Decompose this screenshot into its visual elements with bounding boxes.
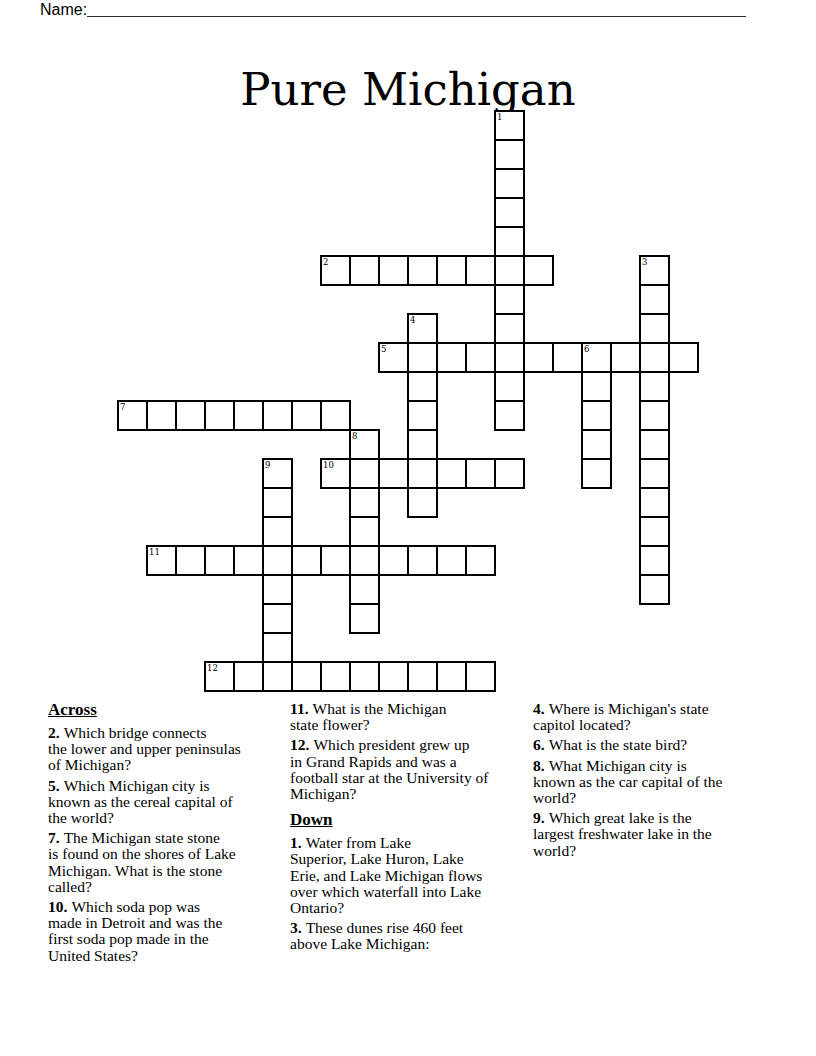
grid-cell[interactable] — [407, 400, 438, 431]
grid-cell[interactable] — [494, 371, 525, 402]
cell-number: 6 — [584, 344, 589, 354]
grid-cell[interactable] — [436, 342, 467, 373]
clue-number: 10. — [48, 898, 67, 915]
cell-number: 7 — [120, 402, 125, 412]
clue-text: Which bridge connects the lower and uppe… — [48, 724, 241, 773]
grid-cell[interactable] — [204, 545, 235, 576]
grid-cell[interactable] — [146, 400, 177, 431]
grid-cell[interactable] — [639, 545, 670, 576]
clue-text: Water from Lake Superior, Lake Huron, La… — [290, 834, 482, 916]
grid-cell[interactable] — [204, 400, 235, 431]
grid-cell[interactable] — [349, 603, 380, 634]
name-row: Name: — [40, 1, 746, 18]
cell-number: 9 — [265, 460, 270, 470]
grid-cell[interactable] — [291, 661, 322, 692]
clue: 10.Which soda pop was made in Detroit an… — [48, 899, 293, 964]
clue-number: 1. — [290, 834, 302, 851]
grid-cell[interactable] — [494, 342, 525, 373]
grid-cell[interactable] — [494, 197, 525, 228]
grid-cell[interactable] — [175, 400, 206, 431]
grid-cell[interactable] — [523, 342, 554, 373]
clue: 5.Which Michigan city is known as the ce… — [48, 778, 293, 827]
grid-cell[interactable] — [262, 603, 293, 634]
clue-number: 12. — [290, 736, 309, 753]
grid-cell[interactable] — [523, 255, 554, 286]
cell-number: 3 — [642, 257, 647, 267]
grid-cell[interactable] — [320, 545, 351, 576]
cell-number: 5 — [381, 344, 386, 354]
grid-cell[interactable] — [407, 458, 438, 489]
page-title: Pure Michigan — [0, 63, 816, 116]
clue-number: 2. — [48, 724, 60, 741]
clue-column-3: 4.Where is Michigan's state capitol loca… — [533, 701, 778, 863]
grid-cell[interactable] — [378, 255, 409, 286]
grid-cell[interactable] — [378, 458, 409, 489]
grid-cell[interactable]: 12 — [204, 661, 235, 692]
grid-cell[interactable] — [407, 429, 438, 460]
grid-cell[interactable] — [349, 545, 380, 576]
cell-number: 2 — [323, 257, 328, 267]
grid-cell[interactable] — [233, 661, 264, 692]
grid-cell[interactable] — [436, 458, 467, 489]
grid-cell[interactable]: 10 — [320, 458, 351, 489]
grid-cell[interactable] — [262, 516, 293, 547]
grid-cell[interactable] — [320, 661, 351, 692]
clue-number: 5. — [48, 777, 60, 794]
clue-column-1: Across2.Which bridge connects the lower … — [48, 701, 293, 968]
grid-cell[interactable] — [262, 574, 293, 605]
grid-cell[interactable] — [378, 661, 409, 692]
grid-cell[interactable]: 1 — [494, 110, 525, 141]
grid-cell[interactable]: 4 — [407, 313, 438, 344]
clue-section-header: Across — [48, 701, 293, 718]
grid-cell[interactable] — [465, 661, 496, 692]
grid-cell[interactable] — [349, 516, 380, 547]
grid-cell[interactable] — [639, 371, 670, 402]
grid-cell[interactable] — [262, 545, 293, 576]
grid-cell[interactable]: 2 — [320, 255, 351, 286]
grid-cell[interactable] — [639, 284, 670, 315]
clue-number: 6. — [533, 736, 545, 753]
grid-cell[interactable] — [581, 400, 612, 431]
grid-cell[interactable] — [494, 458, 525, 489]
grid-cell[interactable] — [639, 458, 670, 489]
clue-text: Which Michigan city is known as the cere… — [48, 777, 233, 826]
clue: 3.These dunes rise 460 feet above Lake M… — [290, 920, 535, 952]
grid-cell[interactable] — [262, 632, 293, 663]
grid-cell[interactable] — [349, 574, 380, 605]
grid-cell[interactable] — [494, 255, 525, 286]
grid-cell[interactable] — [581, 458, 612, 489]
grid-cell[interactable] — [407, 487, 438, 518]
grid-cell[interactable] — [639, 516, 670, 547]
grid-cell[interactable] — [262, 487, 293, 518]
clue-number: 7. — [48, 829, 60, 846]
clue-number: 4. — [533, 700, 545, 717]
clue-text: What is the state bird? — [549, 736, 688, 753]
grid-cell[interactable] — [407, 661, 438, 692]
grid-cell[interactable] — [349, 255, 380, 286]
grid-cell[interactable] — [668, 342, 699, 373]
grid-cell[interactable] — [639, 574, 670, 605]
clue: 7.The Michigan state stone is found on t… — [48, 830, 293, 895]
grid-cell[interactable] — [465, 458, 496, 489]
grid-cell[interactable] — [465, 342, 496, 373]
grid-cell[interactable] — [494, 168, 525, 199]
clue: 12.Which president grew up in Grand Rapi… — [290, 737, 535, 802]
grid-cell[interactable] — [175, 545, 206, 576]
grid-cell[interactable] — [349, 458, 380, 489]
grid-cell[interactable] — [494, 400, 525, 431]
grid-cell[interactable] — [436, 545, 467, 576]
clue-text: Which soda pop was made in Detroit and w… — [48, 898, 222, 964]
clue-text: What is the Michigan state flower? — [290, 700, 446, 733]
clue-text: Where is Michigan's state capitol locate… — [533, 700, 709, 733]
grid-cell[interactable] — [639, 487, 670, 518]
clue-number: 8. — [533, 757, 545, 774]
clue: 9.Which great lake is the largest freshw… — [533, 810, 778, 859]
grid-cell[interactable]: 9 — [262, 458, 293, 489]
clue: 8.What Michigan city is known as the car… — [533, 758, 778, 807]
grid-cell[interactable]: 8 — [349, 429, 380, 460]
grid-cell[interactable]: 11 — [146, 545, 177, 576]
grid-cell[interactable]: 6 — [581, 342, 612, 373]
cell-number: 8 — [352, 431, 357, 441]
clue-text: The Michigan state stone is found on the… — [48, 829, 236, 895]
grid-cell[interactable] — [465, 545, 496, 576]
clue-column-2: 11.What is the Michigan state flower?12.… — [290, 701, 535, 957]
grid-cell[interactable] — [639, 313, 670, 344]
clue-number: 9. — [533, 809, 545, 826]
grid-cell[interactable] — [639, 400, 670, 431]
grid-cell[interactable]: 7 — [117, 400, 148, 431]
grid-cell[interactable] — [639, 429, 670, 460]
grid-cell[interactable] — [639, 342, 670, 373]
grid-cell[interactable] — [581, 429, 612, 460]
cell-number: 11 — [149, 547, 160, 557]
grid-cell[interactable] — [494, 226, 525, 257]
clue-text: Which great lake is the largest freshwat… — [533, 809, 712, 858]
grid-cell[interactable] — [233, 545, 264, 576]
grid-cell[interactable] — [378, 545, 409, 576]
clue-text: What Michigan city is known as the car c… — [533, 757, 722, 806]
clue-number: 3. — [290, 919, 302, 936]
clue: 1.Water from Lake Superior, Lake Huron, … — [290, 835, 535, 916]
name-blank-line — [87, 1, 746, 17]
grid-cell[interactable] — [465, 255, 496, 286]
clue-text: Which president grew up in Grand Rapids … — [290, 736, 488, 802]
cell-number: 12 — [207, 663, 218, 673]
grid-cell[interactable] — [494, 139, 525, 170]
grid-cell[interactable]: 3 — [639, 255, 670, 286]
grid-cell[interactable]: 5 — [378, 342, 409, 373]
grid-cell[interactable] — [262, 661, 293, 692]
clue-number: 11. — [290, 700, 309, 717]
grid-cell[interactable] — [320, 400, 351, 431]
clue: 2.Which bridge connects the lower and up… — [48, 725, 293, 774]
cell-number: 4 — [410, 315, 415, 325]
clue: 6.What is the state bird? — [533, 737, 778, 753]
grid-cell[interactable] — [291, 400, 322, 431]
grid-cell[interactable] — [494, 284, 525, 315]
grid-cell[interactable] — [407, 545, 438, 576]
crossword-grid: 123456789101112 — [117, 110, 699, 692]
clue: 11.What is the Michigan state flower? — [290, 701, 535, 733]
grid-cell[interactable] — [349, 487, 380, 518]
clue: 4.Where is Michigan's state capitol loca… — [533, 701, 778, 733]
grid-cell[interactable] — [349, 661, 380, 692]
grid-cell[interactable] — [610, 342, 641, 373]
grid-cell[interactable] — [407, 371, 438, 402]
cell-number: 1 — [497, 112, 502, 122]
grid-cell[interactable] — [407, 255, 438, 286]
grid-cell[interactable] — [291, 545, 322, 576]
clue-text: These dunes rise 460 feet above Lake Mic… — [290, 919, 463, 952]
grid-cell[interactable] — [581, 371, 612, 402]
cell-number: 10 — [323, 460, 334, 470]
grid-cell[interactable] — [552, 342, 583, 373]
grid-cell[interactable] — [494, 313, 525, 344]
grid-cell[interactable] — [262, 400, 293, 431]
clue-section-header: Down — [290, 811, 535, 828]
grid-cell[interactable] — [407, 342, 438, 373]
grid-cell[interactable] — [436, 255, 467, 286]
grid-cell[interactable] — [233, 400, 264, 431]
grid-cell[interactable] — [436, 661, 467, 692]
name-label: Name: — [40, 1, 87, 19]
